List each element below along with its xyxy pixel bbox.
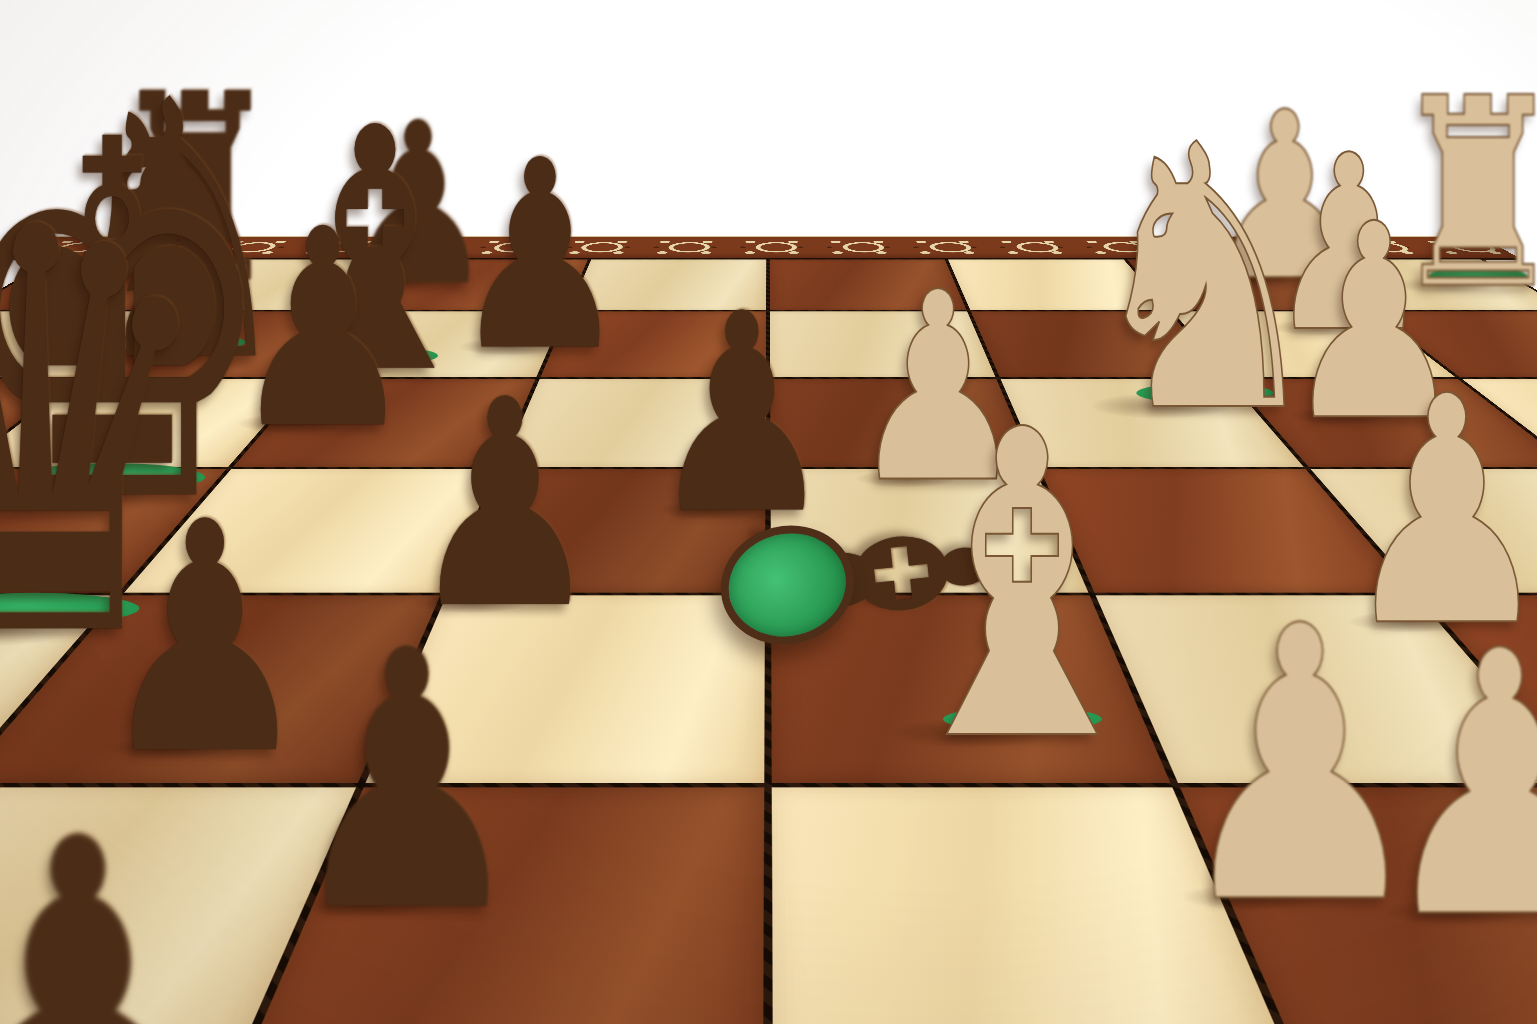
chess-photo-scene: Handcrafted wooden folding chess set pho… [0,0,1537,1024]
square-d6 [502,379,766,467]
board-ornament-border [13,236,1523,260]
square-d5 [447,469,765,593]
chess-board [0,259,1537,1024]
square-d7 [540,312,766,378]
square-e6 [770,379,1034,467]
square-d8 [569,259,766,310]
square-e8 [770,259,967,310]
square-e5 [770,469,1088,593]
square-e7 [770,312,996,378]
board-plane [0,259,1537,1024]
